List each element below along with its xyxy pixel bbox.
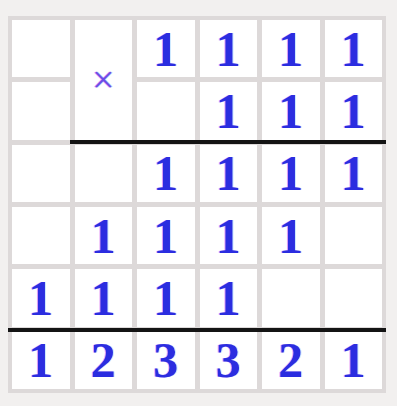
cell-r1c1: [12, 20, 70, 77]
cell-r6c3: 3: [137, 332, 195, 389]
cell-r4c6: [325, 207, 383, 264]
cell-r2c1: [12, 82, 70, 139]
cell-r1c6: 1: [325, 20, 383, 77]
cell-r3c6: 1: [325, 145, 383, 202]
cell-r5c3: 1: [137, 269, 195, 326]
cell-r2c3: [137, 82, 195, 139]
cell-r5c6: [325, 269, 383, 326]
cell-r3c4: 1: [200, 145, 258, 202]
cell-r5c4: 1: [200, 269, 258, 326]
cell-r2c5: 1: [262, 82, 320, 139]
cell-r4c1: [12, 207, 70, 264]
operator-cell: ×: [75, 20, 133, 140]
cell-r4c3: 1: [137, 207, 195, 264]
cell-r2c6: 1: [325, 82, 383, 139]
cell-r6c2: 2: [75, 332, 133, 389]
cell-r1c4: 1: [200, 20, 258, 77]
cell-r5c5: [262, 269, 320, 326]
cell-r3c5: 1: [262, 145, 320, 202]
cell-r4c2: 1: [75, 207, 133, 264]
cell-r3c2: [75, 145, 133, 202]
cell-r1c3: 1: [137, 20, 195, 77]
cell-r6c5: 2: [262, 332, 320, 389]
cell-r4c5: 1: [262, 207, 320, 264]
cell-r6c1: 1: [12, 332, 70, 389]
cell-r3c1: [12, 145, 70, 202]
multiplication-grid: × 1 1 1 1 1 1 1 1 1 1 1 1 1 1 1 1 1 1 1 …: [8, 16, 386, 393]
multiplication-worksheet: × 1 1 1 1 1 1 1 1 1 1 1 1 1 1 1 1 1 1 1 …: [0, 0, 397, 406]
cell-r6c6: 1: [325, 332, 383, 389]
result-line: [8, 328, 386, 332]
multiplication-line: [70, 140, 386, 144]
cell-r2c4: 1: [200, 82, 258, 139]
cell-r6c4: 3: [200, 332, 258, 389]
cell-r3c3: 1: [137, 145, 195, 202]
cell-r5c1: 1: [12, 269, 70, 326]
cell-r5c2: 1: [75, 269, 133, 326]
cell-r1c5: 1: [262, 20, 320, 77]
cell-r4c4: 1: [200, 207, 258, 264]
